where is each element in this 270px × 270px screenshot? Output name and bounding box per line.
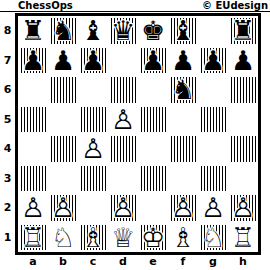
square-c4: ♟♙: [78, 134, 108, 164]
black-queen-piece: ♛: [111, 17, 135, 44]
square-h1: ♜♖: [228, 223, 258, 253]
black-bishop-piece: ♝: [81, 17, 105, 44]
square-b5: [48, 105, 78, 135]
square-h4: [228, 134, 258, 164]
square-g8: [198, 16, 228, 46]
square-a8: ♜: [18, 16, 48, 46]
square-f3: [168, 164, 198, 194]
rank-label-4: 4: [0, 134, 15, 164]
square-b6: [48, 75, 78, 105]
square-b2: ♟♙: [48, 193, 78, 223]
square-h3: [228, 164, 258, 194]
white-pawn-piece: ♟♙: [201, 194, 225, 221]
square-c3: [78, 164, 108, 194]
black-pawn-piece: ♟: [201, 47, 225, 74]
square-f7: ♟: [168, 46, 198, 76]
square-e5: [138, 105, 168, 135]
white-rook-piece: ♜♖: [231, 224, 255, 251]
white-rook-piece: ♜♖: [21, 224, 45, 251]
square-f2: ♟♙: [168, 193, 198, 223]
square-f4: [168, 134, 198, 164]
square-d2: ♟♙: [108, 193, 138, 223]
file-label-h: h: [228, 255, 258, 268]
square-d1: ♛♕: [108, 223, 138, 253]
square-f1: ♝♗: [168, 223, 198, 253]
square-h6: [228, 75, 258, 105]
file-labels: abcdefgh: [18, 255, 258, 268]
square-d8: ♛: [108, 16, 138, 46]
square-f8: ♝: [168, 16, 198, 46]
square-a3: [18, 164, 48, 194]
square-e8: ♚: [138, 16, 168, 46]
black-pawn-piece: ♟: [51, 47, 75, 74]
rank-label-5: 5: [0, 105, 15, 135]
rank-label-7: 7: [0, 46, 15, 76]
square-c8: ♝: [78, 16, 108, 46]
copyright-text: © EUdesign: [202, 0, 268, 11]
black-pawn-piece: ♟: [231, 47, 255, 74]
white-pawn-piece: ♟♙: [111, 194, 135, 221]
square-e7: ♟: [138, 46, 168, 76]
file-label-d: d: [108, 255, 138, 268]
white-pawn-piece: ♟♙: [81, 135, 105, 162]
white-pawn-piece: ♟♙: [111, 106, 135, 133]
square-g7: ♟: [198, 46, 228, 76]
square-h5: [228, 105, 258, 135]
square-h2: ♟♙: [228, 193, 258, 223]
file-label-a: a: [18, 255, 48, 268]
square-c5: [78, 105, 108, 135]
file-label-g: g: [198, 255, 228, 268]
square-c7: ♟: [78, 46, 108, 76]
file-label-f: f: [168, 255, 198, 268]
square-c2: [78, 193, 108, 223]
black-knight-piece: ♞: [171, 76, 195, 103]
white-pawn-piece: ♟♙: [171, 194, 195, 221]
square-c1: ♝♗: [78, 223, 108, 253]
black-king-piece: ♚: [141, 17, 165, 44]
square-d3: [108, 164, 138, 194]
square-b8: ♞: [48, 16, 78, 46]
white-bishop-piece: ♝♗: [81, 224, 105, 251]
square-a5: [18, 105, 48, 135]
square-g4: [198, 134, 228, 164]
header: ChessOps © EUdesign: [0, 0, 270, 12]
rank-label-8: 8: [0, 16, 15, 46]
square-a6: [18, 75, 48, 105]
black-bishop-piece: ♝: [171, 17, 195, 44]
black-pawn-piece: ♟: [141, 47, 165, 74]
square-e1: ♚♔: [138, 223, 168, 253]
square-e3: [138, 164, 168, 194]
black-pawn-piece: ♟: [81, 47, 105, 74]
white-bishop-piece: ♝♗: [171, 224, 195, 251]
square-h7: ♟: [228, 46, 258, 76]
white-knight-piece: ♞♘: [51, 224, 75, 251]
black-pawn-piece: ♟: [171, 47, 195, 74]
square-g6: [198, 75, 228, 105]
square-b1: ♞♘: [48, 223, 78, 253]
square-e6: [138, 75, 168, 105]
board: ♜♞♝♛♚♝♜♟♟♟♟♟♟♟♞♟♙♟♙♟♙♟♙♟♙♟♙♟♙♟♙♜♖♞♘♝♗♛♕♚…: [15, 13, 261, 255]
rank-label-6: 6: [0, 75, 15, 105]
black-knight-piece: ♞: [51, 17, 75, 44]
square-d5: ♟♙: [108, 105, 138, 135]
square-d7: [108, 46, 138, 76]
square-a4: [18, 134, 48, 164]
square-g3: [198, 164, 228, 194]
file-label-b: b: [48, 255, 78, 268]
white-knight-piece: ♞♘: [201, 224, 225, 251]
square-d4: [108, 134, 138, 164]
rank-label-3: 3: [0, 164, 15, 194]
square-f6: ♞: [168, 75, 198, 105]
file-label-e: e: [138, 255, 168, 268]
square-f5: [168, 105, 198, 135]
square-h8: ♜: [228, 16, 258, 46]
white-pawn-piece: ♟♙: [21, 194, 45, 221]
square-b3: [48, 164, 78, 194]
white-queen-piece: ♛♕: [111, 224, 135, 251]
black-pawn-piece: ♟: [21, 47, 45, 74]
square-a1: ♜♖: [18, 223, 48, 253]
square-g1: ♞♘: [198, 223, 228, 253]
square-g5: [198, 105, 228, 135]
square-g2: ♟♙: [198, 193, 228, 223]
square-e4: [138, 134, 168, 164]
square-b7: ♟: [48, 46, 78, 76]
white-pawn-piece: ♟♙: [51, 194, 75, 221]
file-label-c: c: [78, 255, 108, 268]
white-pawn-piece: ♟♙: [231, 194, 255, 221]
square-a7: ♟: [18, 46, 48, 76]
black-rook-piece: ♜: [231, 17, 255, 44]
rank-labels: 87654321: [0, 16, 15, 252]
app-title: ChessOps: [18, 0, 73, 11]
square-e2: [138, 193, 168, 223]
square-c6: [78, 75, 108, 105]
white-king-piece: ♚♔: [141, 224, 165, 251]
square-d6: [108, 75, 138, 105]
square-a2: ♟♙: [18, 193, 48, 223]
rank-label-1: 1: [0, 223, 15, 253]
black-rook-piece: ♜: [21, 17, 45, 44]
rank-label-2: 2: [0, 193, 15, 223]
square-b4: [48, 134, 78, 164]
